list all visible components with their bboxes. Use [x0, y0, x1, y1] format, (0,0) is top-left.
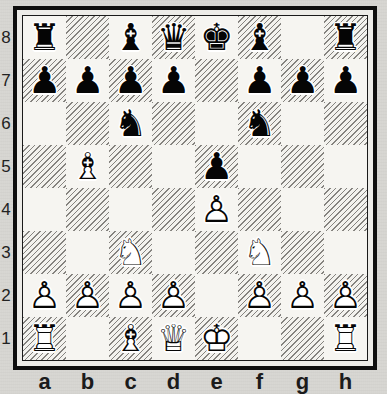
black-pawn-b7: ♟	[66, 59, 109, 102]
piece-glyph: ♞	[109, 102, 152, 145]
piece-glyph: ♙	[109, 274, 152, 317]
square-f5	[238, 145, 281, 188]
square-d4	[152, 188, 195, 231]
square-a8: ♜	[23, 16, 66, 59]
rank-label-8: 8	[0, 16, 12, 59]
square-b1	[66, 317, 109, 360]
piece-glyph: ♕	[152, 317, 195, 360]
square-b4	[66, 188, 109, 231]
white-rook-a1: ♜♖	[23, 317, 66, 360]
piece-glyph: ♞	[238, 102, 281, 145]
white-pawn-d2: ♟♙	[152, 274, 195, 317]
piece-glyph: ♟	[152, 59, 195, 102]
black-knight-f6: ♞	[238, 102, 281, 145]
black-king-e8: ♚	[195, 16, 238, 59]
square-c6: ♞	[109, 102, 152, 145]
black-knight-c6: ♞	[109, 102, 152, 145]
chess-board: ♜♝♛♚♝♜♟♟♟♟♟♟♟♞♞♝♗♟♟♙♞♘♞♘♟♙♟♙♟♙♟♙♟♙♟♙♟♙♜♖…	[23, 16, 367, 360]
file-label-d: d	[152, 371, 195, 392]
board-frame: ♜♝♛♚♝♜♟♟♟♟♟♟♟♞♞♝♗♟♟♙♞♘♞♘♟♙♟♙♟♙♟♙♟♙♟♙♟♙♜♖…	[13, 6, 377, 370]
square-a4	[23, 188, 66, 231]
square-e6	[195, 102, 238, 145]
square-b2: ♟♙	[66, 274, 109, 317]
square-b8	[66, 16, 109, 59]
square-h5	[324, 145, 367, 188]
piece-glyph: ♖	[324, 317, 367, 360]
square-g4	[281, 188, 324, 231]
square-f8: ♝	[238, 16, 281, 59]
square-e5: ♟	[195, 145, 238, 188]
square-a5	[23, 145, 66, 188]
piece-glyph: ♖	[23, 317, 66, 360]
black-pawn-d7: ♟	[152, 59, 195, 102]
file-label-f: f	[238, 371, 281, 392]
black-bishop-f8: ♝	[238, 16, 281, 59]
square-d3	[152, 231, 195, 274]
white-knight-f3: ♞♘	[238, 231, 281, 274]
file-label-c: c	[109, 371, 152, 392]
square-c5	[109, 145, 152, 188]
square-d5	[152, 145, 195, 188]
white-bishop-b5: ♝♗	[66, 145, 109, 188]
black-queen-d8: ♛	[152, 16, 195, 59]
square-e7	[195, 59, 238, 102]
square-f7: ♟	[238, 59, 281, 102]
square-g5	[281, 145, 324, 188]
square-b7: ♟	[66, 59, 109, 102]
square-d2: ♟♙	[152, 274, 195, 317]
square-f3: ♞♘	[238, 231, 281, 274]
piece-glyph: ♟	[324, 59, 367, 102]
square-f1	[238, 317, 281, 360]
square-h1: ♜♖	[324, 317, 367, 360]
piece-glyph: ♟	[238, 59, 281, 102]
piece-glyph: ♘	[109, 231, 152, 274]
square-c3: ♞♘	[109, 231, 152, 274]
piece-glyph: ♙	[23, 274, 66, 317]
square-d6	[152, 102, 195, 145]
white-pawn-a2: ♟♙	[23, 274, 66, 317]
square-g3	[281, 231, 324, 274]
white-king-e1: ♚♔	[195, 317, 238, 360]
piece-glyph: ♙	[152, 274, 195, 317]
square-e2	[195, 274, 238, 317]
square-a3	[23, 231, 66, 274]
black-pawn-h7: ♟	[324, 59, 367, 102]
white-pawn-f2: ♟♙	[238, 274, 281, 317]
square-b3	[66, 231, 109, 274]
white-bishop-c1: ♝♗	[109, 317, 152, 360]
square-c2: ♟♙	[109, 274, 152, 317]
square-h7: ♟	[324, 59, 367, 102]
piece-glyph: ♝	[109, 16, 152, 59]
square-a1: ♜♖	[23, 317, 66, 360]
square-d8: ♛	[152, 16, 195, 59]
white-queen-d1: ♛♕	[152, 317, 195, 360]
square-g7: ♟	[281, 59, 324, 102]
board-inner-border: ♜♝♛♚♝♜♟♟♟♟♟♟♟♞♞♝♗♟♟♙♞♘♞♘♟♙♟♙♟♙♟♙♟♙♟♙♟♙♜♖…	[22, 15, 368, 361]
square-h3	[324, 231, 367, 274]
piece-glyph: ♘	[238, 231, 281, 274]
black-bishop-c8: ♝	[109, 16, 152, 59]
piece-glyph: ♟	[66, 59, 109, 102]
piece-glyph: ♜	[23, 16, 66, 59]
square-g2: ♟♙	[281, 274, 324, 317]
file-label-g: g	[281, 371, 324, 392]
square-g8	[281, 16, 324, 59]
square-h8: ♜	[324, 16, 367, 59]
square-f2: ♟♙	[238, 274, 281, 317]
black-rook-a8: ♜	[23, 16, 66, 59]
square-c7: ♟	[109, 59, 152, 102]
file-label-a: a	[23, 371, 66, 392]
file-label-b: b	[66, 371, 109, 392]
white-pawn-b2: ♟♙	[66, 274, 109, 317]
square-h6	[324, 102, 367, 145]
white-knight-c3: ♞♘	[109, 231, 152, 274]
white-rook-h1: ♜♖	[324, 317, 367, 360]
piece-glyph: ♗	[109, 317, 152, 360]
square-f4	[238, 188, 281, 231]
white-pawn-g2: ♟♙	[281, 274, 324, 317]
rank-label-4: 4	[0, 188, 12, 231]
black-pawn-e5: ♟	[195, 145, 238, 188]
square-g6	[281, 102, 324, 145]
rank-label-6: 6	[0, 102, 12, 145]
square-a6	[23, 102, 66, 145]
file-label-h: h	[324, 371, 367, 392]
square-c4	[109, 188, 152, 231]
square-h4	[324, 188, 367, 231]
square-h2: ♟♙	[324, 274, 367, 317]
square-a2: ♟♙	[23, 274, 66, 317]
black-pawn-g7: ♟	[281, 59, 324, 102]
piece-glyph: ♟	[109, 59, 152, 102]
square-e4: ♟♙	[195, 188, 238, 231]
piece-glyph: ♜	[324, 16, 367, 59]
rank-label-1: 1	[0, 317, 12, 360]
rank-label-5: 5	[0, 145, 12, 188]
square-g1	[281, 317, 324, 360]
piece-glyph: ♚	[195, 16, 238, 59]
white-pawn-h2: ♟♙	[324, 274, 367, 317]
black-rook-h8: ♜	[324, 16, 367, 59]
white-pawn-c2: ♟♙	[109, 274, 152, 317]
square-c1: ♝♗	[109, 317, 152, 360]
square-b5: ♝♗	[66, 145, 109, 188]
rank-label-2: 2	[0, 274, 12, 317]
file-label-e: e	[195, 371, 238, 392]
square-e8: ♚	[195, 16, 238, 59]
square-e1: ♚♔	[195, 317, 238, 360]
square-f6: ♞	[238, 102, 281, 145]
black-pawn-c7: ♟	[109, 59, 152, 102]
piece-glyph: ♔	[195, 317, 238, 360]
piece-glyph: ♟	[195, 145, 238, 188]
piece-glyph: ♙	[281, 274, 324, 317]
square-d7: ♟	[152, 59, 195, 102]
rank-label-3: 3	[0, 231, 12, 274]
piece-glyph: ♙	[195, 188, 238, 231]
square-a7: ♟	[23, 59, 66, 102]
square-e3	[195, 231, 238, 274]
piece-glyph: ♗	[66, 145, 109, 188]
piece-glyph: ♙	[66, 274, 109, 317]
rank-label-7: 7	[0, 59, 12, 102]
square-c8: ♝	[109, 16, 152, 59]
piece-glyph: ♟	[23, 59, 66, 102]
square-b6	[66, 102, 109, 145]
square-d1: ♛♕	[152, 317, 195, 360]
piece-glyph: ♝	[238, 16, 281, 59]
white-pawn-e4: ♟♙	[195, 188, 238, 231]
piece-glyph: ♙	[238, 274, 281, 317]
black-pawn-f7: ♟	[238, 59, 281, 102]
piece-glyph: ♙	[324, 274, 367, 317]
piece-glyph: ♛	[152, 16, 195, 59]
chess-diagram-page: { "game": "chess", "position": { "fen": …	[0, 0, 387, 394]
black-pawn-a7: ♟	[23, 59, 66, 102]
piece-glyph: ♟	[281, 59, 324, 102]
